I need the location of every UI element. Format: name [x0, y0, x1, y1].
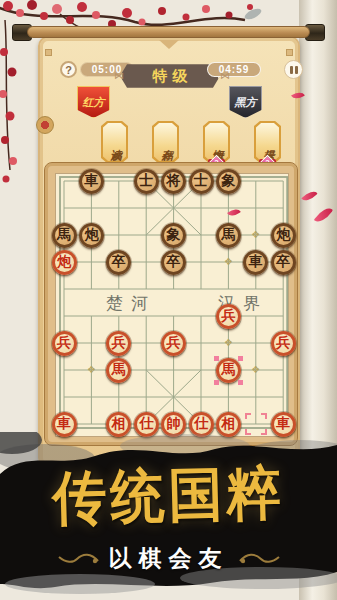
xiangqi-piece-black[interactable]: 卒 — [271, 250, 296, 275]
xiangqi-piece-red[interactable]: 兵 — [52, 331, 77, 356]
panel-notch — [159, 40, 179, 49]
piece-glyph: 炮 — [276, 226, 290, 244]
pause-button[interactable] — [284, 60, 303, 79]
xiangqi-piece-black[interactable]: 車 — [243, 250, 268, 275]
seal-ornament — [36, 116, 54, 134]
xiangqi-piece-black[interactable]: 卒 — [161, 250, 186, 275]
banner-subtitle-row: 以棋会友 — [0, 543, 337, 574]
point-marker: ❖ — [248, 362, 264, 378]
piece-glyph: 相 — [221, 415, 235, 433]
point-marker: ❖ — [220, 254, 236, 270]
banner-title: 传统国粹 — [0, 453, 337, 541]
piece-glyph: 兵 — [167, 334, 181, 352]
help-button[interactable]: ? — [60, 61, 77, 78]
piece-glyph: 兵 — [112, 334, 126, 352]
piece-glyph: 仕 — [194, 415, 208, 433]
piece-glyph: 馬 — [112, 361, 126, 379]
xiangqi-piece-red[interactable]: 馬 — [106, 358, 131, 383]
piece-glyph: 兵 — [276, 334, 290, 352]
piece-glyph: 卒 — [276, 253, 290, 271]
xiangqi-piece-black[interactable]: 炮 — [271, 223, 296, 248]
selection-corner — [238, 356, 243, 361]
red-side-flag: 红方 — [77, 86, 110, 118]
piece-glyph: 炮 — [57, 253, 71, 271]
piece-glyph: 兵 — [57, 334, 71, 352]
leaf-ornament — [243, 7, 263, 22]
xiangqi-piece-black[interactable]: 士 — [189, 169, 214, 194]
piece-glyph: 将 — [167, 172, 181, 190]
red-side-label: 红方 — [83, 95, 105, 110]
piece-glyph: 相 — [112, 415, 126, 433]
xiangqi-piece-red[interactable]: 兵 — [106, 331, 131, 356]
rod-bar — [27, 26, 310, 38]
piece-glyph: 仕 — [139, 415, 153, 433]
ribbon-ornament-right: ⋈ — [220, 70, 230, 81]
load-label: 读档 — [107, 140, 122, 144]
point-marker: ❖ — [248, 227, 264, 243]
xiangqi-piece-black[interactable]: 馬 — [52, 223, 77, 248]
xiangqi-piece-black[interactable]: 象 — [216, 169, 241, 194]
load-button[interactable]: 读档 — [101, 121, 128, 163]
save-label: 存档 — [158, 140, 173, 144]
piece-glyph: 車 — [57, 415, 71, 433]
xiangqi-piece-selected[interactable]: 馬 — [216, 358, 241, 383]
xiangqi-piece-black[interactable]: 将 — [161, 169, 186, 194]
xiangqi-piece-red[interactable]: 兵 — [161, 331, 186, 356]
hint-button[interactable]: 提示 2 — [254, 121, 281, 163]
black-side-flag: 黑方 — [229, 86, 262, 118]
undo-button[interactable]: 悔棋 2 — [203, 121, 230, 163]
piece-glyph: 炮 — [84, 226, 98, 244]
piece-glyph: 象 — [221, 172, 235, 190]
help-label: ? — [65, 64, 72, 76]
xiangqi-piece-black[interactable]: 車 — [79, 169, 104, 194]
point-marker: ❖ — [220, 335, 236, 351]
ribbon-ornament-left: ⋈ — [114, 70, 124, 81]
save-button[interactable]: 存档 — [152, 121, 179, 163]
xiangqi-piece-black[interactable]: 象 — [161, 223, 186, 248]
pause-icon — [290, 66, 293, 74]
point-marker: ❖ — [83, 362, 99, 378]
piece-glyph: 士 — [194, 172, 208, 190]
piece-glyph: 卒 — [167, 253, 181, 271]
piece-glyph: 卒 — [112, 253, 126, 271]
xiangqi-piece-black[interactable]: 士 — [134, 169, 159, 194]
xiangqi-piece-red[interactable]: 兵 — [271, 331, 296, 356]
xiangqi-piece-black[interactable]: 炮 — [79, 223, 104, 248]
piece-glyph: 士 — [139, 172, 153, 190]
piece-glyph: 馬 — [221, 361, 235, 379]
xiangqi-board[interactable]: 楚河 汉界 ❖❖❖❖❖❖❖❖❖❖❖❖❖❖車士将士象馬炮象馬炮炮卒卒車卒兵兵兵兵兵… — [55, 173, 289, 437]
panel-corner-right — [286, 49, 293, 56]
selection-corner — [214, 380, 219, 385]
black-side-label: 黑方 — [235, 95, 257, 110]
xiangqi-piece-red[interactable]: 兵 — [216, 304, 241, 329]
xiangqi-piece-black[interactable]: 馬 — [216, 223, 241, 248]
undo-label: 悔棋 — [209, 140, 224, 144]
piece-glyph: 帥 — [167, 415, 181, 433]
game-panel: ? 05:00 ⋈ 特级 ⋈ 04:59 红方 黑方 读档 存档 悔棋 2 提示 — [38, 36, 300, 468]
piece-glyph: 馬 — [57, 226, 71, 244]
banner-subtitle: 以棋会友 — [109, 543, 229, 574]
selection-corner — [214, 356, 219, 361]
game-screen: ? 05:00 ⋈ 特级 ⋈ 04:59 红方 黑方 读档 存档 悔棋 2 提示 — [0, 0, 337, 600]
piece-glyph: 馬 — [221, 226, 235, 244]
piece-glyph: 兵 — [221, 307, 235, 325]
board-frame: 楚河 汉界 ❖❖❖❖❖❖❖❖❖❖❖❖❖❖車士将士象馬炮象馬炮炮卒卒車卒兵兵兵兵兵… — [44, 162, 298, 446]
selection-corner — [238, 380, 243, 385]
flourish-left — [57, 551, 99, 567]
piece-glyph: 車 — [84, 172, 98, 190]
flourish-right — [239, 551, 281, 567]
xiangqi-piece-red[interactable]: 炮 — [52, 250, 77, 275]
level-badge: 特级 — [120, 62, 220, 90]
scroll-rod — [12, 24, 325, 41]
piece-glyph: 車 — [276, 415, 290, 433]
hint-label: 提示 — [260, 140, 275, 144]
panel-corner-left — [45, 49, 52, 56]
piece-glyph: 車 — [249, 253, 263, 271]
xiangqi-piece-black[interactable]: 卒 — [106, 250, 131, 275]
piece-glyph: 象 — [167, 226, 181, 244]
river-label-left: 楚河 — [94, 292, 168, 315]
black-timer: 04:59 — [207, 62, 261, 77]
